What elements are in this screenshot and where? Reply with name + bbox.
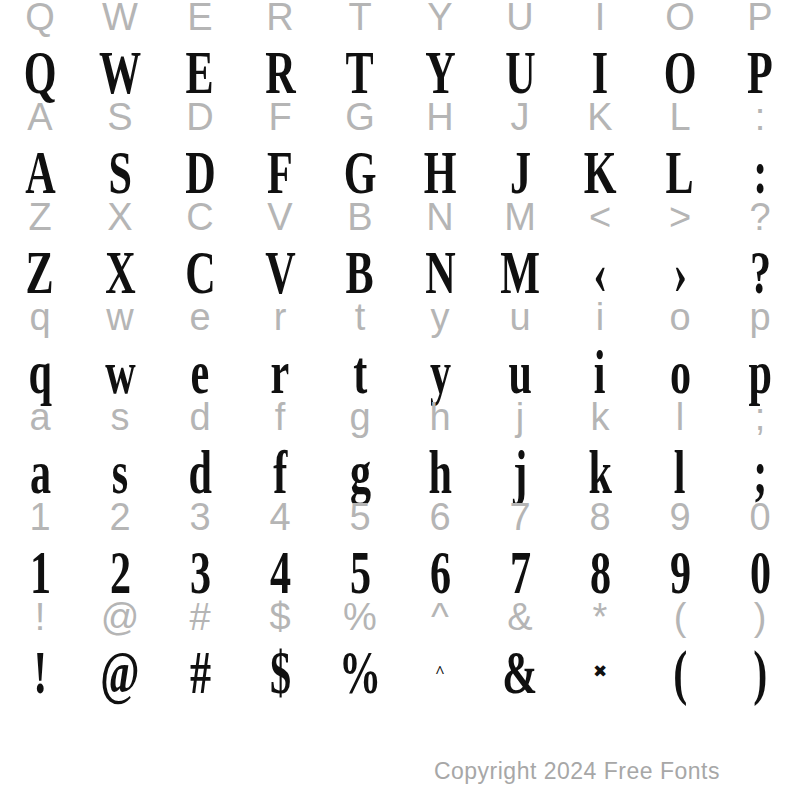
glyph-cell: 4 [269,498,290,536]
glyph-cell: O [664,41,697,103]
glyph-cell: f [275,398,286,436]
glyph-cell: G [345,98,375,136]
glyph-cell: Q [24,41,57,103]
glyph-cell: ! [35,598,46,636]
glyph-cell: < [589,198,611,236]
glyph-cell: ? [749,198,770,236]
glyph-cell: C [186,198,213,236]
glyph-cell: 7 [509,498,530,536]
glyph-cell: j [513,441,527,503]
glyph-cell: R [266,0,293,36]
glyph-cell: 0 [749,498,770,536]
glyph-cell: r [274,298,287,336]
glyph-cell: & [502,641,537,703]
glyph-cell: k [591,398,610,436]
specimen-sheet: QWERTYUIOPQWERTYUIOPASDFGHJKL:ASDFGHJKL:… [0,0,800,800]
glyph-cell: i [594,341,606,403]
glyph-cell: @ [101,598,140,636]
glyph-cell: p [748,341,771,403]
glyph-cell: o [669,341,690,403]
glyph-cell: H [424,141,457,203]
glyph-cell: : [753,141,767,203]
glyph-cell: R [265,41,295,103]
glyph-cell: ^ [431,598,449,636]
specimen-row: ASDFGHJKL: [0,150,800,200]
glyph-cell: Z [26,241,54,303]
glyph-cell: s [111,398,130,436]
glyph-cell: F [267,141,293,203]
glyph-cell: d [188,441,211,503]
glyph-cell: 2 [109,541,130,603]
glyph-cell: ‹ [593,241,607,303]
glyph-cell: U [505,41,535,103]
glyph-cell: A [25,141,55,203]
glyph-cell: i [596,298,604,336]
glyph-cell: $ [269,598,290,636]
glyph-cell: Y [427,0,452,36]
glyph-cell: S [107,98,132,136]
glyph-cell: L [669,98,690,136]
glyph-cell: 3 [189,541,210,603]
glyph-cell: V [265,241,295,303]
glyph-cell: Z [28,198,51,236]
glyph-cell: N [425,241,455,303]
glyph-cell: T [346,41,374,103]
glyph-cell: w [106,298,133,336]
glyph-cell: E [187,0,212,36]
glyph-cell: 8 [589,541,610,603]
glyph-cell: l [674,441,686,503]
glyph-cell: % [343,598,377,636]
glyph-cell: l [676,398,684,436]
glyph-cell: s [112,441,128,503]
glyph-cell: 0 [749,541,770,603]
glyph-cell: 6 [429,498,450,536]
glyph-cell: E [186,41,214,103]
specimen-row: QWERTYUIOP [0,50,800,100]
glyph-cell: 5 [349,541,370,603]
glyph-cell: ; [753,441,767,503]
glyph-cell: d [189,398,210,436]
glyph-cell: 3 [189,498,210,536]
glyph-cell: h [429,398,450,436]
glyph-cell: F [268,98,291,136]
specimen-row: qwertyuiop [0,350,800,400]
glyph-cell: r [271,341,290,403]
glyph-cell: 1 [29,541,50,603]
glyph-cell: a [29,441,50,503]
glyph-cell: D [186,98,213,136]
glyph-cell: K [584,141,617,203]
glyph-cell: j [516,398,524,436]
glyph-cell: C [185,241,215,303]
glyph-cell: P [747,41,773,103]
glyph-cell: X [105,241,135,303]
specimen-row: !@#$%^&✖() [0,650,800,700]
glyph-cell: ( [674,598,687,636]
glyph-cell: J [509,141,530,203]
glyph-cell: f [273,441,287,503]
glyph-cell: N [426,198,453,236]
glyph-cell: ) [754,598,767,636]
glyph-cell: : [755,98,766,136]
glyph-cell: 5 [349,498,370,536]
glyph-cell: O [665,0,695,36]
glyph-cell: G [344,141,377,203]
glyph-cell: h [428,441,451,503]
glyph-cell: I [595,0,606,36]
glyph-cell: I [592,41,608,103]
specimen-row: 1234567890 [0,550,800,600]
glyph-cell: t [353,341,367,403]
glyph-cell: ? [749,241,770,303]
glyph-cell: o [669,298,690,336]
glyph-cell: 1 [29,498,50,536]
glyph-cell: k [588,441,611,503]
specimen-row: asdfghjkl; [0,450,800,500]
glyph-cell: ! [33,641,47,703]
glyph-cell: a [29,398,50,436]
glyph-cell: ✖ [593,663,607,680]
glyph-cell: U [506,0,533,36]
glyph-cell: H [426,98,453,136]
glyph-cell: ; [755,398,766,436]
glyph-cell: › [673,241,687,303]
glyph-cell: e [189,298,210,336]
glyph-cell: 8 [589,498,610,536]
glyph-cell: M [504,198,536,236]
glyph-cell: t [355,298,366,336]
glyph-cell: W [102,0,138,36]
glyph-cell: # [189,598,210,636]
glyph-cell: W [99,41,141,103]
glyph-cell: q [29,298,50,336]
glyph-cell: ) [753,641,767,703]
glyph-cell: y [429,341,450,403]
glyph-cell: P [747,0,772,36]
glyph-cell: 9 [669,541,690,603]
glyph-cell: & [507,598,532,636]
glyph-cell: 7 [509,541,530,603]
glyph-cell: ( [673,641,687,703]
glyph-cell: y [431,298,450,336]
glyph-cell: 2 [109,498,130,536]
glyph-cell: p [749,298,770,336]
glyph-cell: g [349,398,370,436]
glyph-cell: g [349,441,370,503]
glyph-cell: M [500,241,540,303]
glyph-cell: T [348,0,371,36]
glyph-cell: * [593,598,608,636]
glyph-cell: 6 [429,541,450,603]
copyright-watermark: Copyright 2024 Free Fonts [434,758,720,785]
glyph-cell: @ [100,641,139,703]
glyph-cell: % [339,641,381,703]
glyph-cell: B [346,241,374,303]
glyph-cell: Q [25,0,55,36]
glyph-cell: A [27,98,52,136]
glyph-cell: K [587,98,612,136]
glyph-cell: D [185,141,215,203]
glyph-cell: w [105,341,135,403]
glyph-cell: 4 [269,541,290,603]
glyph-cell: S [108,141,131,203]
glyph-cell: J [511,98,530,136]
glyph-cell: X [107,198,132,236]
glyph-cell: # [189,641,210,703]
glyph-cell: $ [269,641,290,703]
specimen-row: ZXCVBNM‹›? [0,250,800,300]
glyph-cell: Y [425,41,455,103]
glyph-cell: q [28,341,51,403]
glyph-cell: u [508,341,531,403]
glyph-cell: B [347,198,372,236]
glyph-cell: > [669,198,691,236]
glyph-cell: e [191,341,210,403]
glyph-cell: 9 [669,498,690,536]
glyph-cell: u [509,298,530,336]
glyph-cell: L [666,141,694,203]
glyph-cell: ^ [435,663,445,680]
glyph-cell: V [267,198,292,236]
